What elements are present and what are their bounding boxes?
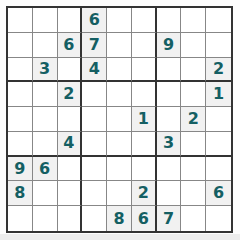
sudoku-cell-r4c4[interactable] (82, 82, 107, 107)
sudoku-cell-r3c8[interactable] (181, 58, 206, 83)
sudoku-cell-r8c5[interactable] (107, 181, 132, 206)
sudoku-cell-r2c7[interactable]: 9 (157, 33, 182, 58)
sudoku-cell-r6c9[interactable] (206, 132, 231, 157)
sudoku-cell-r3c6[interactable] (132, 58, 157, 83)
sudoku-cell-r4c2[interactable] (33, 82, 58, 107)
sudoku-cell-r7c7[interactable] (157, 157, 182, 182)
sudoku-cell-r6c7[interactable]: 3 (157, 132, 182, 157)
sudoku-cell-r2c3[interactable]: 6 (58, 33, 83, 58)
sudoku-cell-r5c3[interactable] (58, 107, 83, 132)
sudoku-cell-r5c5[interactable] (107, 107, 132, 132)
sudoku-cell-r3c4[interactable]: 4 (82, 58, 107, 83)
sudoku-cell-r3c1[interactable] (8, 58, 33, 83)
sudoku-cell-r7c8[interactable] (181, 157, 206, 182)
sudoku-cell-r9c5[interactable]: 8 (107, 206, 132, 231)
sudoku-cell-r5c2[interactable] (33, 107, 58, 132)
sudoku-cell-r5c4[interactable] (82, 107, 107, 132)
sudoku-cell-r9c8[interactable] (181, 206, 206, 231)
sudoku-cell-r3c2[interactable]: 3 (33, 58, 58, 83)
sudoku-cell-r8c2[interactable] (33, 181, 58, 206)
sudoku-cell-r7c2[interactable]: 6 (33, 157, 58, 182)
sudoku-board: 667934221124396826867 (6, 6, 233, 233)
sudoku-cell-r1c2[interactable] (33, 8, 58, 33)
sudoku-cell-r7c6[interactable] (132, 157, 157, 182)
sudoku-cell-r9c9[interactable] (206, 206, 231, 231)
sudoku-cell-r3c5[interactable] (107, 58, 132, 83)
sudoku-cell-r6c4[interactable] (82, 132, 107, 157)
sudoku-cell-r8c8[interactable] (181, 181, 206, 206)
sudoku-cell-r5c7[interactable] (157, 107, 182, 132)
sudoku-cell-r3c7[interactable] (157, 58, 182, 83)
sudoku-cell-r1c3[interactable] (58, 8, 83, 33)
sudoku-cell-r9c3[interactable] (58, 206, 83, 231)
sudoku-cell-r8c3[interactable] (58, 181, 83, 206)
sudoku-cell-r6c5[interactable] (107, 132, 132, 157)
sudoku-cell-r9c1[interactable] (8, 206, 33, 231)
sudoku-cell-r7c1[interactable]: 9 (8, 157, 33, 182)
sudoku-cell-r5c8[interactable]: 2 (181, 107, 206, 132)
sudoku-cell-r8c9[interactable]: 6 (206, 181, 231, 206)
sudoku-cell-r5c6[interactable]: 1 (132, 107, 157, 132)
sudoku-cell-r9c2[interactable] (33, 206, 58, 231)
sudoku-cell-r9c4[interactable] (82, 206, 107, 231)
sudoku-cell-r9c6[interactable]: 6 (132, 206, 157, 231)
sudoku-cell-r8c6[interactable]: 2 (132, 181, 157, 206)
sudoku-cell-r7c9[interactable] (206, 157, 231, 182)
sudoku-cell-r1c4[interactable]: 6 (82, 8, 107, 33)
sudoku-cell-r9c7[interactable]: 7 (157, 206, 182, 231)
sudoku-cell-r8c4[interactable] (82, 181, 107, 206)
sudoku-widget: 667934221124396826867 (0, 0, 240, 234)
sudoku-cell-r2c4[interactable]: 7 (82, 33, 107, 58)
sudoku-cell-r2c5[interactable] (107, 33, 132, 58)
sudoku-cell-r1c6[interactable] (132, 8, 157, 33)
sudoku-cell-r4c3[interactable]: 2 (58, 82, 83, 107)
sudoku-cell-r4c7[interactable] (157, 82, 182, 107)
sudoku-cell-r6c1[interactable] (8, 132, 33, 157)
sudoku-cell-r2c6[interactable] (132, 33, 157, 58)
sudoku-cell-r4c1[interactable] (8, 82, 33, 107)
sudoku-cell-r2c1[interactable] (8, 33, 33, 58)
sudoku-cell-r1c1[interactable] (8, 8, 33, 33)
sudoku-cell-r7c4[interactable] (82, 157, 107, 182)
sudoku-cell-r2c8[interactable] (181, 33, 206, 58)
sudoku-cell-r5c1[interactable] (8, 107, 33, 132)
sudoku-cell-r3c3[interactable] (58, 58, 83, 83)
sudoku-cell-r1c5[interactable] (107, 8, 132, 33)
sudoku-cell-r6c3[interactable]: 4 (58, 132, 83, 157)
sudoku-cell-r7c5[interactable] (107, 157, 132, 182)
sudoku-cell-r8c7[interactable] (157, 181, 182, 206)
sudoku-cell-r4c8[interactable] (181, 82, 206, 107)
sudoku-cell-r1c7[interactable] (157, 8, 182, 33)
sudoku-cell-r1c9[interactable] (206, 8, 231, 33)
sudoku-cell-r4c5[interactable] (107, 82, 132, 107)
sudoku-cell-r4c6[interactable] (132, 82, 157, 107)
sudoku-cell-r8c1[interactable]: 8 (8, 181, 33, 206)
sudoku-cell-r4c9[interactable]: 1 (206, 82, 231, 107)
sudoku-cell-r6c6[interactable] (132, 132, 157, 157)
sudoku-cell-r2c9[interactable] (206, 33, 231, 58)
sudoku-cell-r5c9[interactable] (206, 107, 231, 132)
sudoku-cell-r7c3[interactable] (58, 157, 83, 182)
sudoku-cell-r6c2[interactable] (33, 132, 58, 157)
sudoku-cell-r1c8[interactable] (181, 8, 206, 33)
sudoku-cell-r2c2[interactable] (33, 33, 58, 58)
sudoku-cell-r3c9[interactable]: 2 (206, 58, 231, 83)
sudoku-cell-r6c8[interactable] (181, 132, 206, 157)
